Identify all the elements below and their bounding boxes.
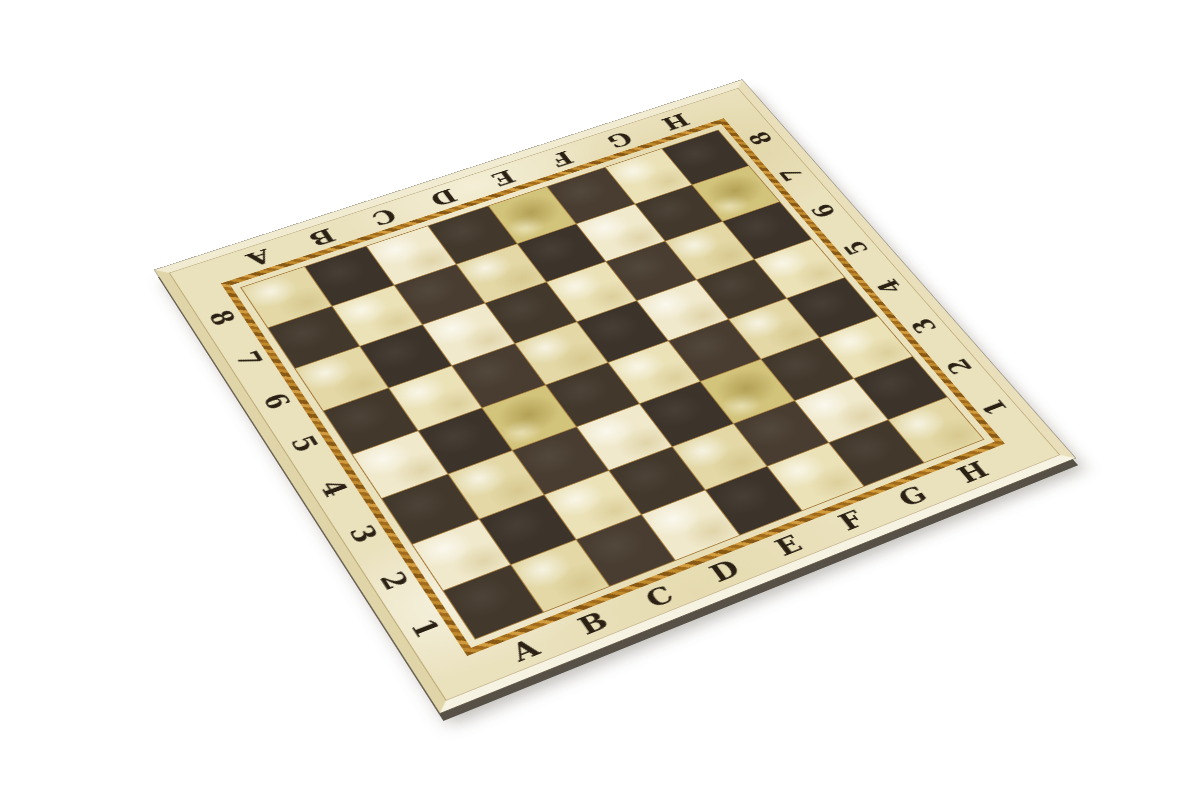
playfield bbox=[240, 130, 984, 640]
chess-board: ABCDEFGH ABCDEFGH 87654321 87654321 bbox=[155, 80, 1075, 713]
photo-background: ABCDEFGH ABCDEFGH 87654321 87654321 bbox=[0, 0, 1200, 800]
